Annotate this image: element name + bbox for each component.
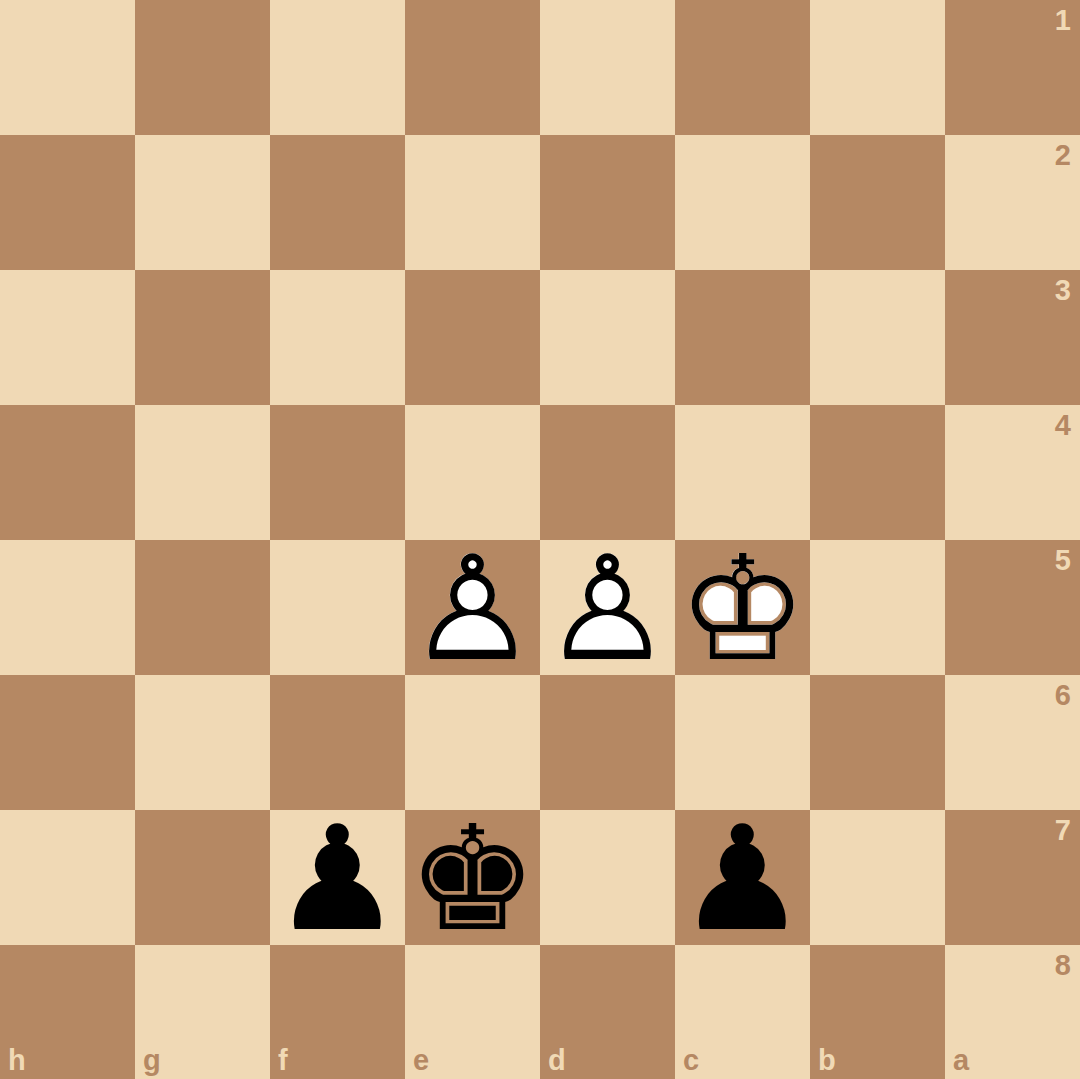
square-g4[interactable] xyxy=(135,405,270,540)
square-a5[interactable]: 5 xyxy=(945,540,1080,675)
square-f6[interactable] xyxy=(270,675,405,810)
square-f5[interactable] xyxy=(270,540,405,675)
rank-label-2: 2 xyxy=(1055,141,1071,170)
square-g1[interactable] xyxy=(135,0,270,135)
square-a1[interactable]: 1 xyxy=(945,0,1080,135)
square-f3[interactable] xyxy=(270,270,405,405)
rank-label-8: 8 xyxy=(1055,951,1071,980)
square-g2[interactable] xyxy=(135,135,270,270)
square-f7[interactable]: ♟ xyxy=(270,810,405,945)
square-b4[interactable] xyxy=(810,405,945,540)
file-label-e: e xyxy=(413,1046,429,1075)
square-b6[interactable] xyxy=(810,675,945,810)
square-a3[interactable]: 3 xyxy=(945,270,1080,405)
square-d3[interactable] xyxy=(540,270,675,405)
piece-white-pawn[interactable]: ♟♙ xyxy=(405,540,540,675)
file-label-b: b xyxy=(818,1046,836,1075)
rank-label-1: 1 xyxy=(1055,6,1071,35)
white-pawn-glyph: ♟ xyxy=(405,535,540,680)
square-f8[interactable]: f xyxy=(270,945,405,1079)
square-h5[interactable] xyxy=(0,540,135,675)
square-c3[interactable] xyxy=(675,270,810,405)
white-king-outline-glyph: ♔ xyxy=(675,535,810,680)
square-c7[interactable]: ♟ xyxy=(675,810,810,945)
square-e3[interactable] xyxy=(405,270,540,405)
square-d2[interactable] xyxy=(540,135,675,270)
square-g7[interactable] xyxy=(135,810,270,945)
white-pawn-glyph: ♟ xyxy=(540,535,675,680)
square-e7[interactable]: ♚ xyxy=(405,810,540,945)
file-label-a: a xyxy=(953,1046,969,1075)
square-c2[interactable] xyxy=(675,135,810,270)
square-b3[interactable] xyxy=(810,270,945,405)
piece-black-pawn[interactable]: ♟ xyxy=(675,810,810,945)
square-c4[interactable] xyxy=(675,405,810,540)
file-label-g: g xyxy=(143,1046,161,1075)
square-g6[interactable] xyxy=(135,675,270,810)
square-b8[interactable]: b xyxy=(810,945,945,1079)
rank-label-3: 3 xyxy=(1055,276,1071,305)
chess-board: 1234♟♙♟♙♚♔56♟♚♟7hgfedcba8 xyxy=(0,0,1080,1079)
white-pawn-outline-glyph: ♙ xyxy=(540,535,675,680)
square-b5[interactable] xyxy=(810,540,945,675)
square-b1[interactable] xyxy=(810,0,945,135)
black-pawn-glyph: ♟ xyxy=(675,805,810,950)
square-e5[interactable]: ♟♙ xyxy=(405,540,540,675)
square-a2[interactable]: 2 xyxy=(945,135,1080,270)
square-a7[interactable]: 7 xyxy=(945,810,1080,945)
square-d6[interactable] xyxy=(540,675,675,810)
square-c8[interactable]: c xyxy=(675,945,810,1079)
square-d4[interactable] xyxy=(540,405,675,540)
piece-black-pawn[interactable]: ♟ xyxy=(270,810,405,945)
square-h7[interactable] xyxy=(0,810,135,945)
square-f1[interactable] xyxy=(270,0,405,135)
square-h3[interactable] xyxy=(0,270,135,405)
square-e8[interactable]: e xyxy=(405,945,540,1079)
square-a6[interactable]: 6 xyxy=(945,675,1080,810)
square-d7[interactable] xyxy=(540,810,675,945)
square-h4[interactable] xyxy=(0,405,135,540)
piece-white-king[interactable]: ♚♔ xyxy=(675,540,810,675)
square-c6[interactable] xyxy=(675,675,810,810)
square-b7[interactable] xyxy=(810,810,945,945)
rank-label-4: 4 xyxy=(1055,411,1071,440)
file-label-f: f xyxy=(278,1046,288,1075)
square-g3[interactable] xyxy=(135,270,270,405)
file-label-d: d xyxy=(548,1046,566,1075)
piece-white-pawn[interactable]: ♟♙ xyxy=(540,540,675,675)
square-e1[interactable] xyxy=(405,0,540,135)
square-g8[interactable]: g xyxy=(135,945,270,1079)
square-h2[interactable] xyxy=(0,135,135,270)
file-label-h: h xyxy=(8,1046,26,1075)
square-f4[interactable] xyxy=(270,405,405,540)
square-e6[interactable] xyxy=(405,675,540,810)
square-a4[interactable]: 4 xyxy=(945,405,1080,540)
square-d5[interactable]: ♟♙ xyxy=(540,540,675,675)
square-e4[interactable] xyxy=(405,405,540,540)
rank-label-6: 6 xyxy=(1055,681,1071,710)
white-king-glyph: ♚ xyxy=(675,535,810,680)
black-king-glyph: ♚ xyxy=(405,805,540,950)
square-c1[interactable] xyxy=(675,0,810,135)
square-a8[interactable]: a8 xyxy=(945,945,1080,1079)
square-c5[interactable]: ♚♔ xyxy=(675,540,810,675)
square-b2[interactable] xyxy=(810,135,945,270)
square-h6[interactable] xyxy=(0,675,135,810)
square-d8[interactable]: d xyxy=(540,945,675,1079)
square-g5[interactable] xyxy=(135,540,270,675)
white-pawn-outline-glyph: ♙ xyxy=(405,535,540,680)
square-d1[interactable] xyxy=(540,0,675,135)
square-e2[interactable] xyxy=(405,135,540,270)
square-h8[interactable]: h xyxy=(0,945,135,1079)
rank-label-7: 7 xyxy=(1055,816,1071,845)
square-h1[interactable] xyxy=(0,0,135,135)
file-label-c: c xyxy=(683,1046,699,1075)
rank-label-5: 5 xyxy=(1055,546,1071,575)
piece-black-king[interactable]: ♚ xyxy=(405,810,540,945)
square-f2[interactable] xyxy=(270,135,405,270)
black-pawn-glyph: ♟ xyxy=(270,805,405,950)
